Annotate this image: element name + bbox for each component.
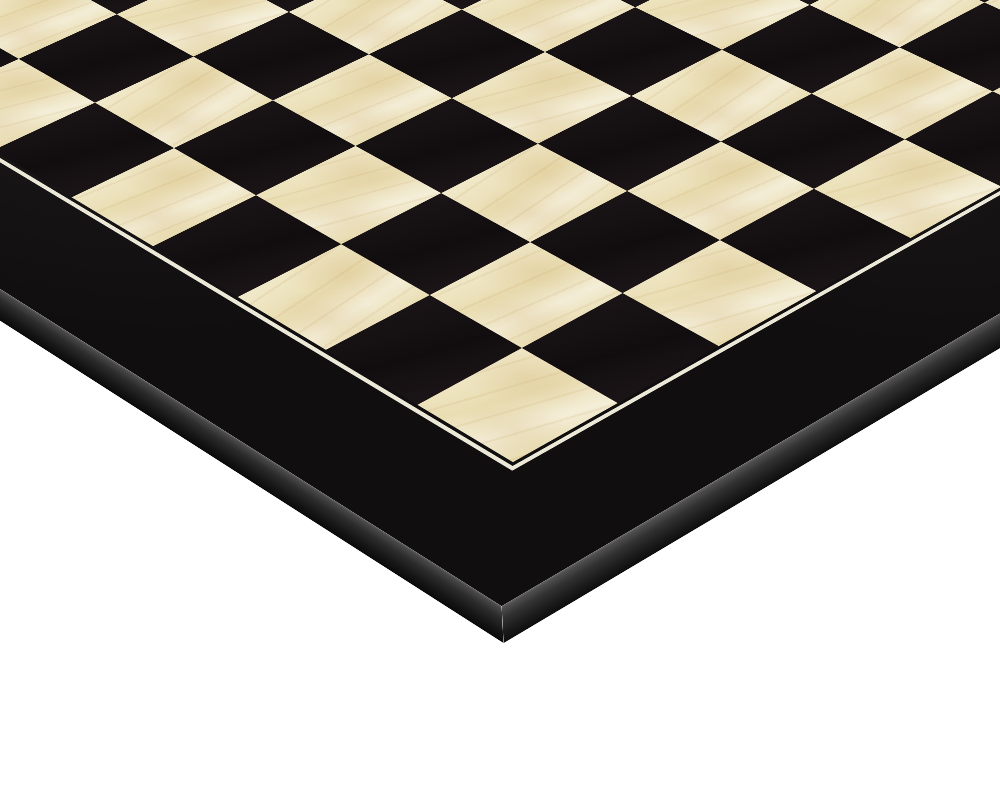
board-square: [238, 244, 430, 350]
board-square: [256, 146, 441, 244]
board-top-face: [0, 0, 1000, 606]
product-photo: [0, 0, 1000, 800]
board-square: [812, 47, 993, 139]
board-square: [0, 103, 174, 198]
board-square: [522, 293, 719, 403]
board-square: [417, 348, 617, 462]
board-square: [441, 144, 627, 242]
board-square: [153, 195, 341, 297]
board-square: [174, 100, 356, 195]
board-square: [538, 96, 721, 191]
board-square: [814, 139, 1000, 238]
board-square: [631, 50, 811, 142]
board-square: [720, 189, 911, 291]
chess-board: [0, 0, 1000, 606]
board-square: [341, 193, 530, 295]
board-square: [627, 142, 814, 241]
board-square: [326, 295, 522, 405]
board-square: [452, 52, 632, 144]
board-square: [993, 45, 1000, 137]
board-square: [273, 54, 452, 146]
board-square: [721, 94, 905, 189]
board-square: [430, 242, 623, 348]
board-square: [72, 148, 256, 246]
board-square: [623, 240, 817, 346]
board-square: [530, 191, 720, 293]
board-square: [356, 98, 538, 193]
board-square: [905, 91, 1000, 186]
